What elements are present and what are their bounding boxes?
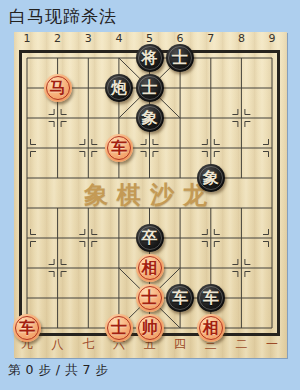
piece-black-车[interactable]: 车	[166, 284, 194, 312]
file-label-top-2: 2	[47, 33, 69, 45]
piece-black-炮[interactable]: 炮	[105, 74, 133, 102]
file-label-bottom-3: 七	[77, 338, 99, 350]
file-label-top-8: 8	[230, 33, 252, 45]
piece-red-马[interactable]: 马	[44, 74, 72, 102]
status-bar: 第 0 步 / 共 7 步	[8, 362, 108, 379]
file-label-bottom-9: 一	[261, 338, 283, 350]
file-label-top-3: 3	[77, 33, 99, 45]
file-label-top-9: 9	[261, 33, 283, 45]
piece-red-士[interactable]: 士	[105, 314, 133, 342]
file-label-bottom-2: 八	[47, 338, 69, 350]
piece-black-车[interactable]: 车	[197, 284, 225, 312]
piece-black-将[interactable]: 将	[136, 44, 164, 72]
piece-red-车[interactable]: 车	[13, 314, 41, 342]
piece-black-象[interactable]: 象	[136, 104, 164, 132]
piece-black-卒[interactable]: 卒	[136, 224, 164, 252]
app-window: 白马现蹄杀法 象棋沙龙 123456789 九八七六五四三二一 将士马炮士象车象…	[0, 0, 300, 390]
piece-black-士[interactable]: 士	[166, 44, 194, 72]
piece-red-相[interactable]: 相	[136, 254, 164, 282]
piece-red-士[interactable]: 士	[136, 284, 164, 312]
file-label-top-7: 7	[200, 33, 222, 45]
xiangqi-board: 象棋沙龙 123456789 九八七六五四三二一 将士马炮士象车象卒相士车车车士…	[14, 32, 287, 358]
piece-red-车[interactable]: 车	[105, 134, 133, 162]
file-label-top-1: 1	[16, 33, 38, 45]
piece-red-帅[interactable]: 帅	[136, 314, 164, 342]
piece-black-象[interactable]: 象	[197, 164, 225, 192]
file-label-bottom-8: 二	[230, 338, 252, 350]
piece-red-相[interactable]: 相	[197, 314, 225, 342]
file-label-bottom-6: 四	[169, 338, 191, 350]
page-title: 白马现蹄杀法	[9, 5, 117, 28]
piece-black-士[interactable]: 士	[136, 74, 164, 102]
file-label-top-4: 4	[108, 33, 130, 45]
